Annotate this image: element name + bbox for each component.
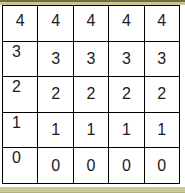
grid-cell-r2c4[interactable]: 2 xyxy=(145,77,179,112)
grid-cell-r2c0[interactable]: 2 xyxy=(3,77,37,112)
grid-cell-r1c0[interactable]: 3 xyxy=(3,42,37,77)
grid-cell-r1c1[interactable]: 3 xyxy=(38,42,72,77)
grid-cell-r0c2[interactable]: 4 xyxy=(74,6,108,41)
grid-cell-r1c2[interactable]: 3 xyxy=(74,42,108,77)
page: 4444433333222221111100000 xyxy=(0,0,185,193)
bottom-rule-band xyxy=(0,187,185,193)
grid-cell-r0c4[interactable]: 4 xyxy=(145,6,179,41)
grid-cell-r4c2[interactable]: 0 xyxy=(74,148,108,183)
grid-cell-r3c2[interactable]: 1 xyxy=(74,113,108,148)
grid-cell-r4c0[interactable]: 0 xyxy=(3,148,37,183)
grid-cell-r0c3[interactable]: 4 xyxy=(109,6,143,41)
grid-cell-r4c4[interactable]: 0 xyxy=(145,148,179,183)
number-grid: 4444433333222221111100000 xyxy=(2,5,180,184)
grid-cell-r2c3[interactable]: 2 xyxy=(109,77,143,112)
grid-cell-r3c3[interactable]: 1 xyxy=(109,113,143,148)
grid-cell-r3c0[interactable]: 1 xyxy=(3,113,37,148)
grid-cell-r3c4[interactable]: 1 xyxy=(145,113,179,148)
grid-cell-r1c3[interactable]: 3 xyxy=(109,42,143,77)
grid-cell-r3c1[interactable]: 1 xyxy=(38,113,72,148)
grid-cell-r0c1[interactable]: 4 xyxy=(38,6,72,41)
grid-cell-r1c4[interactable]: 3 xyxy=(145,42,179,77)
grid-cell-r2c1[interactable]: 2 xyxy=(38,77,72,112)
grid-cell-r4c1[interactable]: 0 xyxy=(38,148,72,183)
grid-cell-r4c3[interactable]: 0 xyxy=(109,148,143,183)
grid-cell-r2c2[interactable]: 2 xyxy=(74,77,108,112)
grid-cell-r0c0[interactable]: 4 xyxy=(3,6,37,41)
